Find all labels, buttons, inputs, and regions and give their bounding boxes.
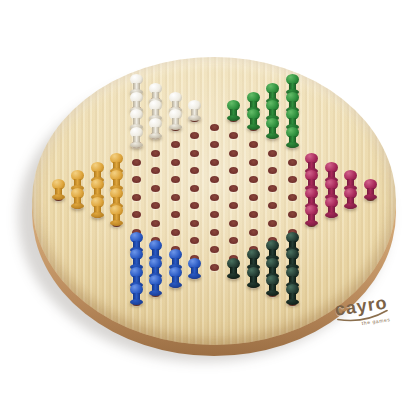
hole[interactable] — [132, 194, 141, 201]
peg-base — [91, 212, 104, 218]
hole[interactable] — [210, 141, 219, 148]
peg-base — [169, 124, 182, 130]
peg-base — [149, 290, 162, 296]
peg-yellow[interactable] — [71, 188, 85, 209]
peg-green[interactable] — [285, 127, 299, 148]
peg-base — [266, 133, 279, 139]
peg-base — [71, 203, 84, 209]
hole[interactable] — [268, 202, 277, 209]
peg-dark-green[interactable] — [266, 275, 280, 296]
hole[interactable] — [249, 211, 258, 218]
peg-base — [344, 203, 357, 209]
peg-dark-green[interactable] — [285, 284, 299, 305]
peg-base — [110, 220, 123, 226]
peg-blue[interactable] — [149, 275, 163, 296]
hole[interactable] — [132, 211, 141, 218]
peg-base — [286, 142, 299, 148]
peg-magenta[interactable] — [363, 179, 377, 200]
hole[interactable] — [190, 220, 199, 227]
peg-green[interactable] — [266, 118, 280, 139]
peg-base — [188, 273, 201, 279]
hole[interactable] — [151, 150, 160, 157]
peg-yellow[interactable] — [90, 197, 104, 218]
hole[interactable] — [288, 176, 297, 183]
peg-base — [364, 194, 377, 200]
hole[interactable] — [288, 159, 297, 166]
hole[interactable] — [190, 167, 199, 174]
hole[interactable] — [171, 211, 180, 218]
hole[interactable] — [229, 220, 238, 227]
hole[interactable] — [210, 124, 219, 131]
hole[interactable] — [151, 202, 160, 209]
peg-magenta[interactable] — [305, 205, 319, 226]
peg-magenta[interactable] — [324, 197, 338, 218]
peg-base — [286, 299, 299, 305]
hole[interactable] — [229, 132, 238, 139]
hole[interactable] — [249, 141, 258, 148]
peg-base — [130, 142, 143, 148]
peg-base — [247, 282, 260, 288]
hole[interactable] — [268, 150, 277, 157]
hole[interactable] — [190, 237, 199, 244]
hole[interactable] — [229, 150, 238, 157]
peg-white[interactable] — [149, 118, 163, 139]
hole[interactable] — [229, 167, 238, 174]
peg-white[interactable] — [129, 127, 143, 148]
hole[interactable] — [151, 185, 160, 192]
hole[interactable] — [210, 264, 219, 271]
hole[interactable] — [132, 176, 141, 183]
peg-blue[interactable] — [188, 258, 202, 279]
product-photo-scene: cayro the games — [0, 0, 410, 410]
hole[interactable] — [171, 159, 180, 166]
peg-yellow[interactable] — [110, 205, 124, 226]
hole[interactable] — [229, 202, 238, 209]
chinese-checkers-board: cayro the games — [32, 57, 396, 345]
peg-green[interactable] — [227, 100, 241, 121]
hole[interactable] — [151, 167, 160, 174]
peg-base — [247, 124, 260, 130]
hole[interactable] — [210, 229, 219, 236]
hole[interactable] — [210, 246, 219, 253]
hole[interactable] — [171, 141, 180, 148]
peg-base — [149, 133, 162, 139]
hole[interactable] — [288, 211, 297, 218]
peg-blue[interactable] — [168, 267, 182, 288]
peg-white[interactable] — [188, 100, 202, 121]
peg-dark-green[interactable] — [227, 258, 241, 279]
hole[interactable] — [210, 211, 219, 218]
peg-base — [188, 115, 201, 121]
peg-base — [305, 220, 318, 226]
hole[interactable] — [171, 229, 180, 236]
hole[interactable] — [229, 237, 238, 244]
hole[interactable] — [268, 185, 277, 192]
peg-yellow[interactable] — [51, 179, 65, 200]
peg-base — [52, 194, 65, 200]
hole[interactable] — [249, 176, 258, 183]
hole[interactable] — [210, 194, 219, 201]
peg-blue[interactable] — [129, 284, 143, 305]
hole[interactable] — [249, 159, 258, 166]
peg-green[interactable] — [246, 109, 260, 130]
hole[interactable] — [190, 150, 199, 157]
hole[interactable] — [190, 185, 199, 192]
hole[interactable] — [210, 159, 219, 166]
hole[interactable] — [190, 202, 199, 209]
peg-white[interactable] — [168, 109, 182, 130]
hole[interactable] — [288, 194, 297, 201]
hole[interactable] — [132, 159, 141, 166]
hole[interactable] — [151, 220, 160, 227]
peg-base — [325, 212, 338, 218]
hole[interactable] — [229, 185, 238, 192]
hole[interactable] — [268, 167, 277, 174]
peg-magenta[interactable] — [344, 188, 358, 209]
hole[interactable] — [171, 194, 180, 201]
peg-base — [227, 115, 240, 121]
hole[interactable] — [210, 176, 219, 183]
hole[interactable] — [249, 194, 258, 201]
peg-base — [227, 273, 240, 279]
peg-base — [130, 299, 143, 305]
hole[interactable] — [249, 229, 258, 236]
hole[interactable] — [190, 132, 199, 139]
hole[interactable] — [171, 176, 180, 183]
peg-dark-green[interactable] — [246, 267, 260, 288]
hole[interactable] — [268, 220, 277, 227]
peg-base — [266, 290, 279, 296]
peg-base — [169, 282, 182, 288]
